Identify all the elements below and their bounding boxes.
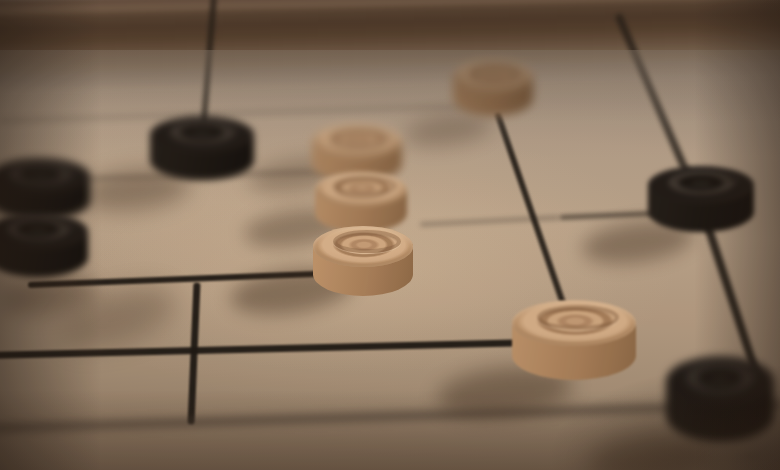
morris-board-photo: ○●○●●○●○○● — [0, 0, 780, 470]
